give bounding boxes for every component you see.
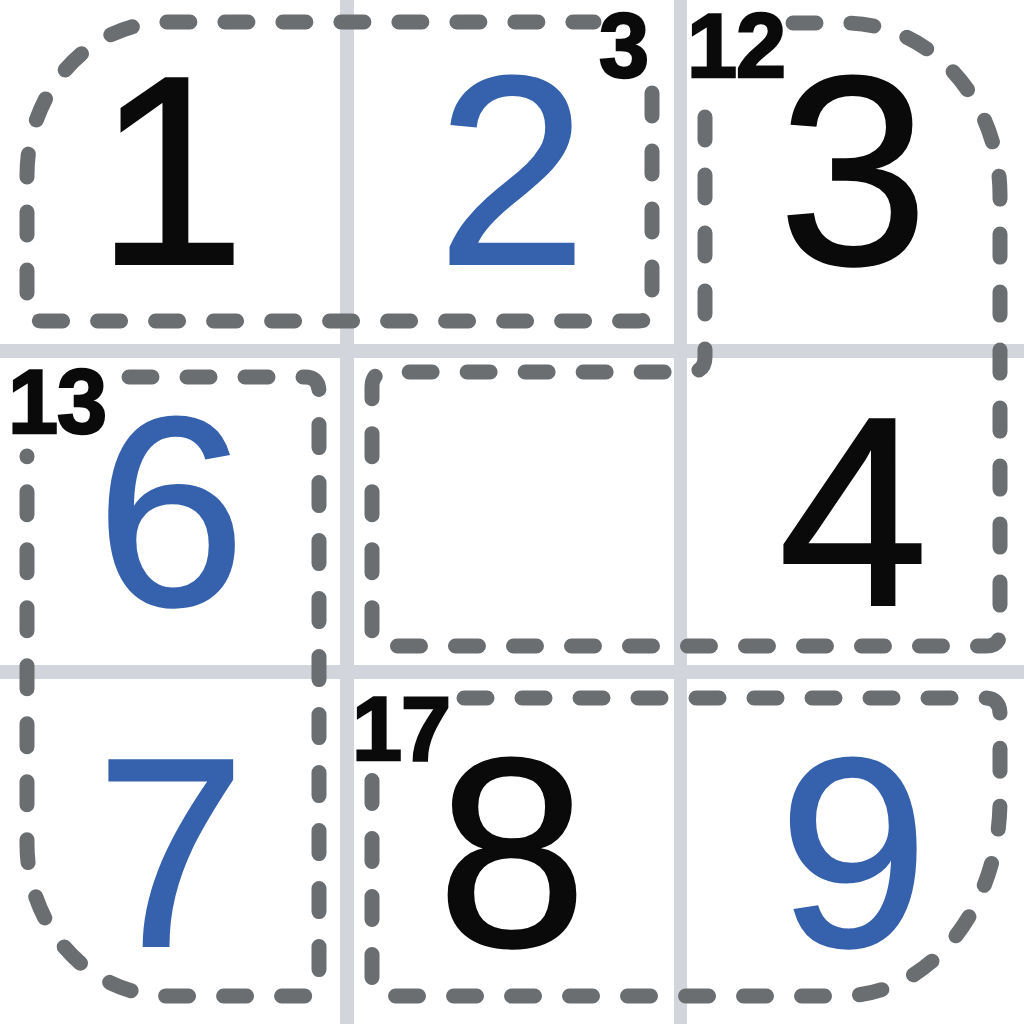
cage-sum-17: 17 [352,684,450,774]
cell-r3c1[interactable]: 7 [0,683,341,1024]
cell-r2c2[interactable] [341,341,682,682]
killer-sudoku-board: 1 2 3 6 4 7 8 9 3 12 13 17 [0,0,1024,1024]
cage-sum-12: 12 [687,1,785,91]
cage-sum-13: 13 [8,357,106,447]
cell-r2c3[interactable]: 4 [683,341,1024,682]
cell-r1c1[interactable]: 1 [0,0,341,341]
cage-sum-3: 3 [599,1,648,91]
cell-r3c3[interactable]: 9 [683,683,1024,1024]
cell-grid: 1 2 3 6 4 7 8 9 [0,0,1024,1024]
